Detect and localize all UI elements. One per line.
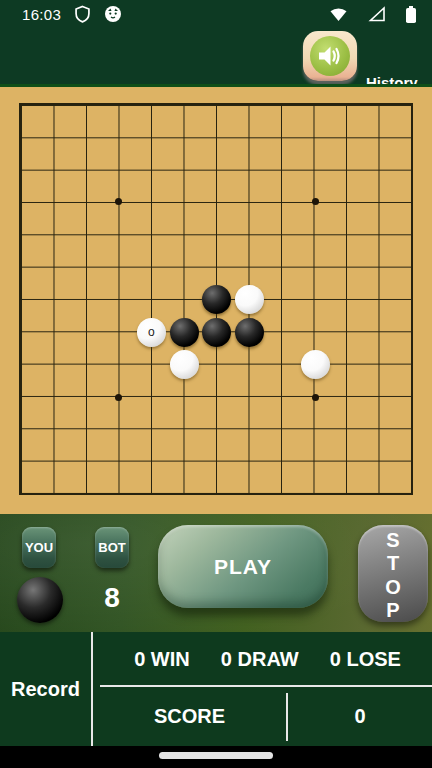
stone-white bbox=[170, 350, 199, 379]
last-move-marker: o bbox=[148, 326, 155, 338]
clock: 16:03 bbox=[22, 6, 61, 23]
bot-button[interactable]: BOT bbox=[95, 527, 129, 568]
stone-black bbox=[202, 285, 231, 314]
sound-button-disc bbox=[310, 36, 350, 76]
you-button[interactable]: YOU bbox=[22, 527, 56, 568]
player-color-stone bbox=[17, 577, 63, 623]
record-stats-row: 0 WIN 0 DRAW 0 LOSE bbox=[93, 632, 432, 686]
stone-black bbox=[202, 318, 231, 347]
stop-letter: T bbox=[387, 553, 399, 573]
board-grid[interactable]: o bbox=[4, 87, 431, 512]
draw-count: 0 DRAW bbox=[221, 648, 299, 671]
lose-count: 0 LOSE bbox=[330, 648, 401, 671]
star-point bbox=[115, 394, 122, 401]
star-point bbox=[115, 198, 122, 205]
control-panel: YOU BOT 8 PLAY S T O P bbox=[0, 514, 432, 632]
bot-count: 8 bbox=[93, 575, 131, 621]
stone-black bbox=[235, 318, 264, 347]
star-point bbox=[312, 198, 319, 205]
stop-letter: S bbox=[386, 530, 399, 550]
star-point bbox=[312, 394, 319, 401]
stone-white bbox=[235, 285, 264, 314]
header: History bbox=[0, 28, 432, 84]
stone-white bbox=[301, 350, 330, 379]
play-button[interactable]: PLAY bbox=[158, 525, 328, 608]
gesture-nav-bar bbox=[0, 746, 432, 768]
home-pill[interactable] bbox=[159, 752, 273, 759]
stone-white-marked: o bbox=[137, 318, 166, 347]
stop-letter: O bbox=[385, 577, 401, 597]
shield-icon bbox=[74, 5, 91, 23]
play-button-label: PLAY bbox=[214, 555, 272, 579]
sound-toggle-button[interactable] bbox=[303, 31, 357, 81]
gomoku-board[interactable]: o bbox=[0, 84, 432, 514]
win-count: 0 WIN bbox=[134, 648, 190, 671]
battery-icon bbox=[406, 6, 416, 23]
app-root: 16:03 bbox=[0, 0, 432, 768]
status-bar: 16:03 bbox=[0, 0, 432, 28]
stop-button[interactable]: S T O P bbox=[358, 525, 428, 622]
record-section: Record 0 WIN 0 DRAW 0 LOSE SCORE 0 bbox=[0, 632, 432, 746]
cell-signal-icon bbox=[368, 6, 386, 22]
speaker-icon bbox=[317, 44, 343, 68]
score-value: 0 bbox=[288, 687, 432, 746]
score-label: SCORE bbox=[93, 687, 286, 746]
stop-letter: P bbox=[386, 600, 399, 620]
stone-black bbox=[170, 318, 199, 347]
record-title: Record bbox=[0, 632, 91, 746]
score-row: SCORE 0 bbox=[93, 687, 432, 746]
wifi-icon bbox=[329, 6, 348, 22]
face-icon bbox=[104, 5, 122, 23]
